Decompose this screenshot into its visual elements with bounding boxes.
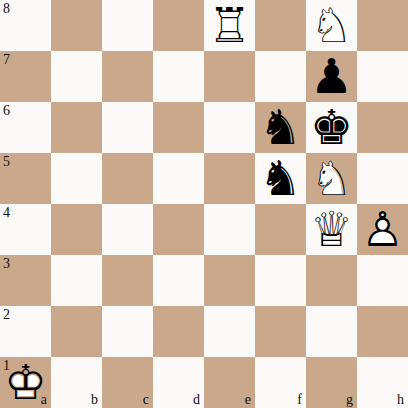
- square-g2[interactable]: [306, 306, 357, 357]
- square-a1[interactable]: 1a♚♔: [0, 357, 51, 408]
- piece-white-queen[interactable]: ♛♕: [306, 204, 357, 255]
- rank-label-3: 3: [3, 257, 10, 271]
- file-label-e: e: [245, 393, 251, 407]
- square-c4[interactable]: [102, 204, 153, 255]
- square-h5[interactable]: [357, 153, 408, 204]
- rank-label-5: 5: [3, 155, 10, 169]
- square-c3[interactable]: [102, 255, 153, 306]
- piece-black-king[interactable]: ♚: [306, 102, 357, 153]
- square-h3[interactable]: [357, 255, 408, 306]
- square-e1[interactable]: e: [204, 357, 255, 408]
- square-d8[interactable]: [153, 0, 204, 51]
- square-g7[interactable]: ♟: [306, 51, 357, 102]
- square-c2[interactable]: [102, 306, 153, 357]
- piece-glyph: ♟: [306, 51, 357, 102]
- square-f8[interactable]: [255, 0, 306, 51]
- file-label-h: h: [397, 393, 404, 407]
- file-label-d: d: [193, 393, 200, 407]
- file-label-f: f: [297, 393, 302, 407]
- piece-black-knight[interactable]: ♞: [255, 102, 306, 153]
- piece-white-pawn[interactable]: ♟♙: [357, 204, 408, 255]
- square-h1[interactable]: h: [357, 357, 408, 408]
- piece-outline-glyph: ♕: [306, 204, 357, 255]
- square-e3[interactable]: [204, 255, 255, 306]
- square-a4[interactable]: 4: [0, 204, 51, 255]
- square-d3[interactable]: [153, 255, 204, 306]
- square-c8[interactable]: [102, 0, 153, 51]
- square-d1[interactable]: d: [153, 357, 204, 408]
- square-e6[interactable]: [204, 102, 255, 153]
- piece-glyph: ♞: [255, 102, 306, 153]
- square-d5[interactable]: [153, 153, 204, 204]
- square-f4[interactable]: [255, 204, 306, 255]
- square-d7[interactable]: [153, 51, 204, 102]
- rank-label-2: 2: [3, 308, 10, 322]
- piece-outline-glyph: ♖: [204, 0, 255, 51]
- piece-outline-glyph: ♙: [357, 204, 408, 255]
- rank-label-6: 6: [3, 104, 10, 118]
- square-b4[interactable]: [51, 204, 102, 255]
- square-e4[interactable]: [204, 204, 255, 255]
- square-a3[interactable]: 3: [0, 255, 51, 306]
- rank-label-4: 4: [3, 206, 10, 220]
- rank-label-8: 8: [3, 2, 10, 16]
- square-b3[interactable]: [51, 255, 102, 306]
- piece-outline-glyph: ♘: [306, 153, 357, 204]
- square-a5[interactable]: 5: [0, 153, 51, 204]
- piece-black-pawn[interactable]: ♟: [306, 51, 357, 102]
- file-label-b: b: [91, 393, 98, 407]
- square-f1[interactable]: f: [255, 357, 306, 408]
- piece-glyph: ♞: [255, 153, 306, 204]
- file-label-g: g: [346, 393, 353, 407]
- piece-outline-glyph: ♔: [0, 357, 51, 408]
- square-h4[interactable]: ♟♙: [357, 204, 408, 255]
- square-c6[interactable]: [102, 102, 153, 153]
- square-g6[interactable]: ♚: [306, 102, 357, 153]
- square-d4[interactable]: [153, 204, 204, 255]
- square-b6[interactable]: [51, 102, 102, 153]
- piece-black-knight[interactable]: ♞: [255, 153, 306, 204]
- square-f7[interactable]: [255, 51, 306, 102]
- square-e7[interactable]: [204, 51, 255, 102]
- square-h2[interactable]: [357, 306, 408, 357]
- square-a6[interactable]: 6: [0, 102, 51, 153]
- square-h6[interactable]: [357, 102, 408, 153]
- square-f3[interactable]: [255, 255, 306, 306]
- square-c1[interactable]: c: [102, 357, 153, 408]
- square-e5[interactable]: [204, 153, 255, 204]
- square-b7[interactable]: [51, 51, 102, 102]
- square-a2[interactable]: 2: [0, 306, 51, 357]
- file-label-c: c: [143, 393, 149, 407]
- square-a8[interactable]: 8: [0, 0, 51, 51]
- piece-white-king[interactable]: ♚♔: [0, 357, 51, 408]
- square-h8[interactable]: [357, 0, 408, 51]
- square-e2[interactable]: [204, 306, 255, 357]
- square-g5[interactable]: ♞♘: [306, 153, 357, 204]
- square-a7[interactable]: 7: [0, 51, 51, 102]
- square-g4[interactable]: ♛♕: [306, 204, 357, 255]
- square-g1[interactable]: g: [306, 357, 357, 408]
- square-g8[interactable]: ♞♘: [306, 0, 357, 51]
- chess-board: 8♜♖♞♘7♟6♞♚5♞♞♘4♛♕♟♙321a♚♔bcdefgh: [0, 0, 408, 408]
- square-g3[interactable]: [306, 255, 357, 306]
- piece-white-knight[interactable]: ♞♘: [306, 153, 357, 204]
- piece-glyph: ♚: [306, 102, 357, 153]
- square-c5[interactable]: [102, 153, 153, 204]
- piece-outline-glyph: ♘: [306, 0, 357, 51]
- rank-label-7: 7: [3, 53, 10, 67]
- square-d2[interactable]: [153, 306, 204, 357]
- square-f5[interactable]: ♞: [255, 153, 306, 204]
- square-d6[interactable]: [153, 102, 204, 153]
- square-e8[interactable]: ♜♖: [204, 0, 255, 51]
- square-b5[interactable]: [51, 153, 102, 204]
- square-b2[interactable]: [51, 306, 102, 357]
- piece-white-rook[interactable]: ♜♖: [204, 0, 255, 51]
- square-f6[interactable]: ♞: [255, 102, 306, 153]
- square-b1[interactable]: b: [51, 357, 102, 408]
- piece-white-knight[interactable]: ♞♘: [306, 0, 357, 51]
- square-b8[interactable]: [51, 0, 102, 51]
- square-c7[interactable]: [102, 51, 153, 102]
- square-f2[interactable]: [255, 306, 306, 357]
- square-h7[interactable]: [357, 51, 408, 102]
